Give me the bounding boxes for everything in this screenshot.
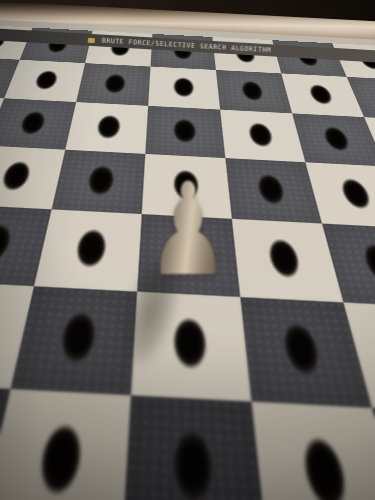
board-square[interactable] <box>76 63 150 106</box>
peg-hole <box>279 321 325 377</box>
peg-hole <box>102 73 127 94</box>
peg-hole <box>32 70 60 91</box>
board-square[interactable] <box>65 102 148 154</box>
board-square[interactable] <box>145 106 225 158</box>
peg-hole <box>265 237 303 279</box>
gold-badge-icon <box>88 37 95 42</box>
peg-hole <box>171 428 215 500</box>
peg-hole <box>85 164 116 196</box>
peg-hole <box>320 126 353 153</box>
peg-hole <box>254 173 287 206</box>
chess-computer-photo: BRUTE FORCE/SELECTIVE SEARCH ALGORITHM ♟ <box>0 0 375 500</box>
peg-hole <box>0 223 16 264</box>
board-square[interactable] <box>0 389 130 500</box>
board-square[interactable] <box>220 110 305 163</box>
peg-hole <box>72 228 108 269</box>
board-square[interactable] <box>122 395 267 500</box>
peg-hole <box>0 160 34 192</box>
board-square[interactable] <box>148 67 220 110</box>
peg-hole <box>16 110 48 136</box>
peg-hole <box>33 421 85 498</box>
board-square[interactable] <box>0 98 76 149</box>
board-square[interactable] <box>292 113 375 166</box>
peg-hole <box>246 122 275 148</box>
peg-hole <box>239 80 265 102</box>
board-square[interactable] <box>215 70 291 113</box>
peg-hole <box>94 114 122 140</box>
peg-hole <box>297 435 353 500</box>
board-square[interactable] <box>34 209 142 291</box>
board-square[interactable] <box>251 402 375 500</box>
board-square[interactable] <box>4 60 85 102</box>
peg-hole <box>358 242 375 284</box>
peg-hole <box>337 177 375 210</box>
white-pawn[interactable]: ♟ <box>147 166 230 294</box>
peg-hole <box>56 310 99 365</box>
peg-hole <box>172 118 197 144</box>
peg-hole <box>172 77 194 98</box>
peg-hole <box>306 84 335 106</box>
board-square[interactable] <box>51 150 145 214</box>
